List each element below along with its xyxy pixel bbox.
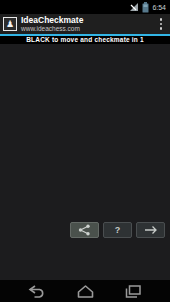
title-block: IdeaCheckmate www.ideachess.com <box>21 16 83 32</box>
app-logo-icon: ♟ <box>3 17 17 31</box>
overflow-menu-icon[interactable] <box>158 16 165 32</box>
puzzle-banner-text: BLACK to move and checkmate in 1 <box>26 36 144 44</box>
action-bar: ♟ IdeaCheckmate www.ideachess.com <box>0 14 170 36</box>
share-icon <box>75 223 95 237</box>
phone-screen: 6:54 ♟ IdeaCheckmate www.ideachess.com B… <box>0 0 170 302</box>
battery-icon <box>142 2 149 13</box>
puzzle-banner: BLACK to move and checkmate in 1 <box>0 36 170 44</box>
navigation-bar <box>0 280 170 302</box>
app-subtitle: www.ideachess.com <box>21 25 83 32</box>
clock: 6:54 <box>152 4 166 11</box>
signal-icon <box>129 2 139 12</box>
back-icon[interactable] <box>27 284 47 298</box>
next-button[interactable] <box>136 222 165 238</box>
share-button[interactable] <box>70 222 99 238</box>
app-logo-piece: ♟ <box>6 20 14 29</box>
status-bar: 6:54 <box>0 0 170 14</box>
help-button[interactable]: ? <box>103 222 132 238</box>
home-icon[interactable] <box>75 284 95 298</box>
app-title: IdeaCheckmate <box>21 16 83 25</box>
tool-area: ? <box>0 214 170 280</box>
arrow-right-icon <box>141 223 161 237</box>
chess-board[interactable] <box>0 44 170 214</box>
help-label: ? <box>115 223 121 237</box>
recents-icon[interactable] <box>123 284 143 298</box>
tool-row: ? <box>0 222 170 238</box>
